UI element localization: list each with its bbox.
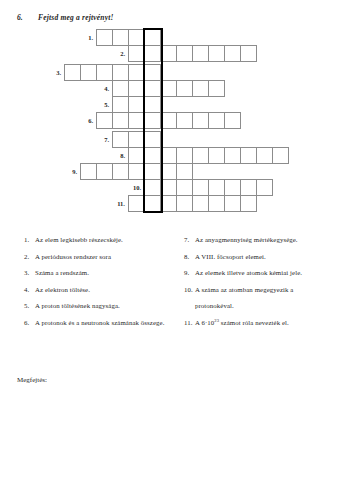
- page-title: Fejtsd meg a rejtvényt!: [38, 13, 114, 22]
- grid-cell[interactable]: [176, 163, 193, 180]
- grid-cell[interactable]: [176, 179, 193, 196]
- grid-cell[interactable]: [80, 163, 97, 180]
- grid-cell[interactable]: [160, 195, 177, 212]
- grid-cell[interactable]: [224, 112, 241, 129]
- clue-5: 5.A proton töltésének nagysága.: [24, 302, 120, 309]
- grid-cell-solution[interactable]: [144, 80, 161, 97]
- row-label: 3.: [40, 64, 61, 81]
- grid-cell[interactable]: [208, 147, 225, 164]
- grid-cell[interactable]: [160, 112, 177, 129]
- clue-text: Az elem legkisebb részecskéje.: [35, 236, 123, 243]
- clue-2: 2.A periódusos rendszer sora: [24, 253, 111, 260]
- grid-cell-solution[interactable]: [144, 45, 161, 62]
- clue-text: A periódusos rendszer sora: [35, 253, 111, 260]
- clue-text: A VIII. főcsoport elemei.: [195, 253, 266, 260]
- grid-cell[interactable]: [112, 80, 129, 97]
- grid-cell[interactable]: [176, 80, 193, 97]
- clue-text: A protonok és a neutronok számának össze…: [35, 319, 164, 326]
- grid-cell-solution[interactable]: [144, 163, 161, 180]
- grid-cell[interactable]: [208, 45, 225, 62]
- grid-cell[interactable]: [224, 179, 241, 196]
- grid-cell[interactable]: [192, 45, 209, 62]
- clue-text: Száma a rendszám.: [35, 269, 89, 276]
- grid-cell-solution[interactable]: [144, 131, 161, 148]
- grid-cell[interactable]: [224, 195, 241, 212]
- clue-number: 10.: [184, 286, 195, 293]
- row-label: 1.: [72, 29, 93, 46]
- clue-text: Az anyagmennyiség mértékegysége.: [195, 236, 298, 243]
- clue-text: protonokéval.: [195, 302, 234, 309]
- clue-text: A proton töltésének nagysága.: [35, 302, 120, 309]
- clue-10-line2: protonokéval.: [195, 302, 234, 309]
- grid-cell[interactable]: [176, 147, 193, 164]
- clue-number: 4.: [24, 286, 35, 293]
- grid-row: 10.: [145, 179, 273, 196]
- grid-row: 8.: [129, 147, 289, 164]
- clue-10-line1: 10.A száma az atomban megegyezik a: [184, 286, 293, 293]
- grid-cell[interactable]: [128, 112, 145, 129]
- clue-1: 1.Az elem legkisebb részecskéje.: [24, 236, 123, 243]
- clue-6: 6.A protonok és a neutronok számának öss…: [24, 319, 164, 326]
- grid-cell[interactable]: [160, 80, 177, 97]
- grid-row: 11.: [129, 195, 257, 212]
- clue-number: 3.: [24, 269, 35, 276]
- solution-label: Megfejtés:: [17, 376, 47, 384]
- clue-4: 4.Az elektron töltése.: [24, 286, 90, 293]
- grid-row: 2.: [129, 45, 257, 62]
- row-label: 6.: [72, 112, 93, 129]
- grid-cell[interactable]: [224, 147, 241, 164]
- exercise-number: 6.: [17, 13, 23, 22]
- row-label: 4.: [88, 80, 109, 97]
- grid-cell[interactable]: [112, 64, 129, 81]
- grid-cell[interactable]: [256, 147, 273, 164]
- grid-cell[interactable]: [64, 64, 81, 81]
- grid-cell[interactable]: [96, 29, 113, 46]
- clue-number: 7.: [184, 236, 195, 243]
- row-label: 10.: [120, 179, 141, 196]
- grid-cell-solution[interactable]: [144, 179, 161, 196]
- grid-cell[interactable]: [208, 179, 225, 196]
- grid-row: 5.: [113, 96, 161, 113]
- grid-row: 4.: [113, 80, 225, 97]
- row-label: 8.: [104, 147, 125, 164]
- grid-cell-solution[interactable]: [144, 112, 161, 129]
- grid-cell[interactable]: [160, 163, 177, 180]
- grid-cell[interactable]: [128, 163, 145, 180]
- grid-row: 7.: [113, 131, 161, 148]
- clue-text: A száma az atomban megegyezik a: [195, 286, 293, 293]
- grid-cell[interactable]: [240, 179, 257, 196]
- row-label: 7.: [88, 131, 109, 148]
- clue-11: 11.A 6·1023 számot róla nevezték el.: [184, 319, 289, 326]
- clue-text: Az elemek illetve atomok kémiai jele.: [195, 269, 302, 276]
- clue-number: 8.: [184, 253, 195, 260]
- grid-cell[interactable]: [160, 147, 177, 164]
- grid-cell-solution[interactable]: [144, 29, 161, 46]
- clue-number: 2.: [24, 253, 35, 260]
- clue-number: 9.: [184, 269, 195, 276]
- clue-8: 8.A VIII. főcsoport elemei.: [184, 253, 266, 260]
- grid-cell[interactable]: [192, 112, 209, 129]
- clue-7: 7.Az anyagmennyiség mértékegysége.: [184, 236, 298, 243]
- worksheet-page: 6. Fejtsd meg a rejtvényt! 1.2.3.4.5.6.7…: [0, 0, 340, 480]
- clue-3: 3.Száma a rendszám.: [24, 269, 89, 276]
- grid-cell[interactable]: [128, 80, 145, 97]
- grid-cell[interactable]: [128, 131, 145, 148]
- row-label: 2.: [104, 45, 125, 62]
- row-label: 5.: [88, 96, 109, 113]
- grid-cell-solution[interactable]: [144, 96, 161, 113]
- grid-cell[interactable]: [112, 131, 129, 148]
- grid-cell[interactable]: [192, 80, 209, 97]
- grid-cell[interactable]: [128, 45, 145, 62]
- clue-number: 1.: [24, 236, 35, 243]
- grid-cell[interactable]: [192, 147, 209, 164]
- row-label: 9.: [56, 163, 77, 180]
- grid-cell-solution[interactable]: [144, 195, 161, 212]
- grid-row: 6.: [97, 112, 241, 129]
- grid-cell[interactable]: [240, 147, 257, 164]
- grid-row: 3.: [65, 64, 161, 81]
- grid-cell[interactable]: [240, 45, 257, 62]
- grid-cell[interactable]: [208, 195, 225, 212]
- grid-cell[interactable]: [240, 195, 257, 212]
- row-label: 11.: [104, 195, 125, 212]
- grid-cell[interactable]: [112, 29, 129, 46]
- clue-text: Az elektron töltése.: [35, 286, 90, 293]
- grid-cell[interactable]: [176, 195, 193, 212]
- grid-cell[interactable]: [256, 179, 273, 196]
- grid-cell[interactable]: [128, 147, 145, 164]
- grid-cell[interactable]: [176, 112, 193, 129]
- grid-row: 1.: [97, 29, 161, 46]
- grid-cell[interactable]: [128, 96, 145, 113]
- grid-cell[interactable]: [112, 96, 129, 113]
- grid-cell[interactable]: [96, 112, 113, 129]
- grid-cell[interactable]: [80, 64, 97, 81]
- grid-cell[interactable]: [192, 195, 209, 212]
- clue-text: A 6·1023 számot róla nevezték el.: [195, 319, 289, 326]
- grid-cell[interactable]: [128, 64, 145, 81]
- grid-cell[interactable]: [208, 112, 225, 129]
- grid-cell[interactable]: [272, 147, 289, 164]
- grid-row: 9.: [81, 163, 193, 180]
- grid-cell[interactable]: [160, 179, 177, 196]
- grid-cell-solution[interactable]: [144, 64, 161, 81]
- grid-cell[interactable]: [192, 179, 209, 196]
- clue-number: 5.: [24, 302, 35, 309]
- grid-cell[interactable]: [128, 29, 145, 46]
- clue-number: 6.: [24, 319, 35, 326]
- clue-9: 9.Az elemek illetve atomok kémiai jele.: [184, 269, 302, 276]
- grid-cell[interactable]: [96, 64, 113, 81]
- clue-number: 11.: [184, 319, 195, 326]
- grid-cell-solution[interactable]: [144, 147, 161, 164]
- grid-cell[interactable]: [176, 45, 193, 62]
- grid-cell[interactable]: [96, 163, 113, 180]
- grid-cell[interactable]: [160, 45, 177, 62]
- grid-cell[interactable]: [224, 45, 241, 62]
- grid-cell[interactable]: [112, 112, 129, 129]
- grid-cell[interactable]: [128, 195, 145, 212]
- grid-cell[interactable]: [208, 80, 225, 97]
- grid-cell[interactable]: [112, 163, 129, 180]
